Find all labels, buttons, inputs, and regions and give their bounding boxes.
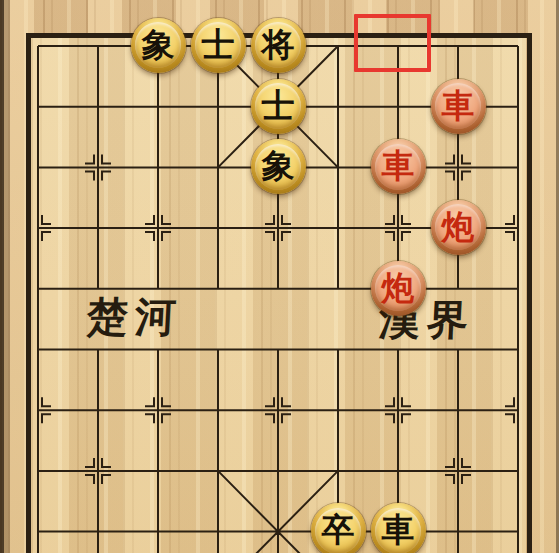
piece-character: 士 — [202, 28, 235, 61]
last-move-highlight — [354, 14, 431, 72]
red-cannon[interactable]: 炮 — [431, 200, 486, 255]
black-elephant[interactable]: 象 — [251, 139, 306, 194]
piece-character: 卒 — [322, 513, 355, 546]
black-advisor[interactable]: 士 — [191, 18, 246, 73]
piece-character: 象 — [142, 28, 175, 61]
black-elephant[interactable]: 象 — [131, 18, 186, 73]
red-chariot[interactable]: 車 — [371, 139, 426, 194]
piece-character: 車 — [382, 513, 415, 546]
xiangqi-app-screenshot: 楚河 漢界 象士将士象車車炮炮卒車 — [0, 0, 559, 553]
piece-character: 象 — [262, 149, 295, 182]
red-chariot[interactable]: 車 — [431, 79, 486, 134]
piece-character: 車 — [442, 89, 475, 122]
piece-character: 車 — [382, 149, 415, 182]
piece-character: 炮 — [382, 271, 415, 304]
black-general[interactable]: 将 — [251, 18, 306, 73]
piece-character: 士 — [262, 89, 295, 122]
pieces-layer: 象士将士象車車炮炮卒車 — [8, 15, 548, 553]
black-chariot[interactable]: 車 — [371, 503, 426, 553]
piece-character: 将 — [262, 28, 295, 61]
piece-character: 炮 — [442, 210, 475, 243]
red-cannon[interactable]: 炮 — [371, 261, 426, 316]
black-soldier[interactable]: 卒 — [311, 503, 366, 553]
black-advisor[interactable]: 士 — [251, 79, 306, 134]
